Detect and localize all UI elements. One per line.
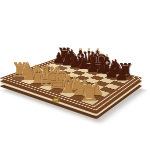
chess-set-photo: ♜♞♝♛♚♝♞♜♟♟♟♟♟♟♟♟♟♟♟♟♟♟♟♟♜♞♝♛♚♝♞♜ (0, 0, 150, 150)
brass-clasp (53, 97, 60, 103)
piece-black-pawn: ♟ (114, 67, 128, 83)
piece-white-rook: ♜ (80, 81, 100, 103)
